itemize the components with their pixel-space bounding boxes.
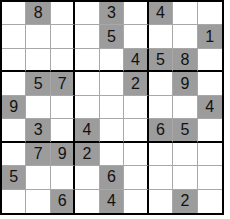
cell-r1c9-empty[interactable] <box>198 2 222 25</box>
cell-r9c5-given: 4 <box>100 190 124 213</box>
cell-r1c8-empty[interactable] <box>173 2 197 25</box>
cell-r7c5-empty[interactable] <box>100 143 124 166</box>
cell-r4c6-given: 2 <box>124 72 148 95</box>
cell-r8c1-given: 5 <box>2 166 26 189</box>
cell-r7c8-empty[interactable] <box>173 143 197 166</box>
cell-r6c6-empty[interactable] <box>124 119 148 142</box>
cell-r9c6-empty[interactable] <box>124 190 148 213</box>
cell-r4c5-empty[interactable] <box>100 72 124 95</box>
cell-r1c5-given: 3 <box>100 2 124 25</box>
cell-r6c4-given: 4 <box>75 119 99 142</box>
cell-r6c5-empty[interactable] <box>100 119 124 142</box>
cell-r6c3-empty[interactable] <box>51 119 75 142</box>
cell-r4c8-given: 9 <box>173 72 197 95</box>
cell-r2c3-empty[interactable] <box>51 25 75 48</box>
cell-r5c3-empty[interactable] <box>51 96 75 119</box>
cell-r4c9-empty[interactable] <box>198 72 222 95</box>
cell-r8c7-empty[interactable] <box>149 166 173 189</box>
cell-r7c2-given: 7 <box>26 143 50 166</box>
cell-r2c1-empty[interactable] <box>2 25 26 48</box>
cell-r8c5-given: 6 <box>100 166 124 189</box>
cell-r5c2-empty[interactable] <box>26 96 50 119</box>
cell-r4c2-given: 5 <box>26 72 50 95</box>
cell-r8c2-empty[interactable] <box>26 166 50 189</box>
cell-r1c6-empty[interactable] <box>124 2 148 25</box>
cell-r3c3-empty[interactable] <box>51 49 75 72</box>
cell-r6c2-given: 3 <box>26 119 50 142</box>
cell-r2c7-empty[interactable] <box>149 25 173 48</box>
cell-r1c4-empty[interactable] <box>75 2 99 25</box>
cell-r9c9-empty[interactable] <box>198 190 222 213</box>
cell-r1c1-empty[interactable] <box>2 2 26 25</box>
cell-r3c9-empty[interactable] <box>198 49 222 72</box>
cell-r5c1-given: 9 <box>2 96 26 119</box>
cell-r6c8-given: 5 <box>173 119 197 142</box>
cell-r4c3-given: 7 <box>51 72 75 95</box>
cell-r9c3-given: 6 <box>51 190 75 213</box>
sudoku-board: 83451458572994346579256642 <box>0 0 224 215</box>
cell-r8c4-empty[interactable] <box>75 166 99 189</box>
cell-r9c8-given: 2 <box>173 190 197 213</box>
cell-r9c4-empty[interactable] <box>75 190 99 213</box>
cell-r3c7-given: 5 <box>149 49 173 72</box>
cell-r5c5-empty[interactable] <box>100 96 124 119</box>
cell-r3c1-empty[interactable] <box>2 49 26 72</box>
cell-r2c5-given: 5 <box>100 25 124 48</box>
cell-r7c1-empty[interactable] <box>2 143 26 166</box>
cell-r8c3-empty[interactable] <box>51 166 75 189</box>
cell-r8c9-empty[interactable] <box>198 166 222 189</box>
cell-r1c3-empty[interactable] <box>51 2 75 25</box>
cell-r9c7-empty[interactable] <box>149 190 173 213</box>
cell-r6c9-empty[interactable] <box>198 119 222 142</box>
cell-r5c9-given: 4 <box>198 96 222 119</box>
cell-r1c2-given: 8 <box>26 2 50 25</box>
cell-r3c5-empty[interactable] <box>100 49 124 72</box>
cell-r3c4-empty[interactable] <box>75 49 99 72</box>
cell-r7c7-empty[interactable] <box>149 143 173 166</box>
cell-r7c6-empty[interactable] <box>124 143 148 166</box>
cell-r5c8-empty[interactable] <box>173 96 197 119</box>
cell-r8c6-empty[interactable] <box>124 166 148 189</box>
cell-r5c6-empty[interactable] <box>124 96 148 119</box>
cell-r4c7-empty[interactable] <box>149 72 173 95</box>
cell-r8c8-empty[interactable] <box>173 166 197 189</box>
cell-r5c7-empty[interactable] <box>149 96 173 119</box>
cell-r4c1-empty[interactable] <box>2 72 26 95</box>
cell-r2c6-empty[interactable] <box>124 25 148 48</box>
cell-r2c9-given: 1 <box>198 25 222 48</box>
cell-r2c4-empty[interactable] <box>75 25 99 48</box>
cell-r9c2-empty[interactable] <box>26 190 50 213</box>
cell-r3c2-empty[interactable] <box>26 49 50 72</box>
cell-r2c8-empty[interactable] <box>173 25 197 48</box>
cell-r5c4-empty[interactable] <box>75 96 99 119</box>
cell-r2c2-empty[interactable] <box>26 25 50 48</box>
cell-r4c4-empty[interactable] <box>75 72 99 95</box>
cell-r9c1-empty[interactable] <box>2 190 26 213</box>
cell-r3c6-given: 4 <box>124 49 148 72</box>
cell-r6c1-empty[interactable] <box>2 119 26 142</box>
cell-r7c9-empty[interactable] <box>198 143 222 166</box>
cell-r6c7-given: 6 <box>149 119 173 142</box>
cell-r7c3-given: 9 <box>51 143 75 166</box>
cell-r7c4-given: 2 <box>75 143 99 166</box>
cell-r1c7-given: 4 <box>149 2 173 25</box>
cell-r3c8-given: 8 <box>173 49 197 72</box>
